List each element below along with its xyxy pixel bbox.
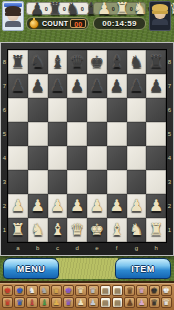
rank-label: 6 bbox=[1, 98, 8, 122]
item-piece-skin-icon[interactable]: ♝ bbox=[39, 297, 50, 308]
square-a2[interactable]: ♟ bbox=[8, 194, 28, 218]
square-c2[interactable]: ♟ bbox=[48, 194, 68, 218]
file-label: c bbox=[48, 243, 68, 253]
square-f2[interactable]: ♟ bbox=[107, 194, 127, 218]
white-pawn: ♟ bbox=[90, 198, 104, 214]
chess-game-screen: ♟0♜0♞0♝0♛0 ♟0♜0♞0♝0♛0 COUNT 00 00:14:59 … bbox=[0, 0, 174, 310]
black-bishop: ♝ bbox=[109, 54, 123, 70]
white-piece-icon: ♟ bbox=[97, 1, 111, 17]
player-right-hair bbox=[152, 4, 168, 11]
item-piece-skin-icon[interactable]: ♟ bbox=[75, 297, 86, 308]
black-rook: ♜ bbox=[11, 54, 25, 70]
square-g2[interactable]: ♟ bbox=[127, 194, 147, 218]
player-left-face bbox=[7, 8, 19, 21]
white-knight: ♞ bbox=[30, 222, 44, 238]
game-timer: 00:14:59 bbox=[102, 19, 136, 28]
white-pawn: ♟ bbox=[149, 198, 163, 214]
square-f1[interactable]: ♝ bbox=[107, 218, 127, 242]
square-b5[interactable] bbox=[28, 122, 48, 146]
square-b3[interactable] bbox=[28, 170, 48, 194]
file-label: g bbox=[127, 243, 147, 253]
square-d6[interactable] bbox=[67, 98, 87, 122]
file-label: e bbox=[87, 243, 107, 253]
square-c5[interactable] bbox=[48, 122, 68, 146]
file-label: h bbox=[146, 243, 166, 253]
file-label: a bbox=[8, 243, 28, 253]
game-timer-panel: 00:14:59 bbox=[93, 17, 146, 30]
square-g5[interactable] bbox=[127, 122, 147, 146]
square-g8[interactable]: ♞ bbox=[127, 50, 147, 74]
chess-board: 87654321 87654321 ♜♞♝♛♚♝♞♜♟♟♟♟♟♟♟♟♟♟♟♟♟♟… bbox=[0, 42, 174, 256]
black-pawn: ♟ bbox=[109, 78, 123, 94]
square-e4[interactable] bbox=[87, 146, 107, 170]
square-e3[interactable] bbox=[87, 170, 107, 194]
square-b1[interactable]: ♞ bbox=[28, 218, 48, 242]
rank-label: 5 bbox=[166, 122, 173, 146]
file-label: d bbox=[67, 243, 87, 253]
captured-piece-counter: ♜0 bbox=[115, 1, 133, 17]
square-d4[interactable] bbox=[67, 146, 87, 170]
black-piece-icon: ♞ bbox=[66, 1, 80, 17]
rank-label: 1 bbox=[1, 218, 8, 242]
square-f3[interactable] bbox=[107, 170, 127, 194]
square-e7[interactable]: ♟ bbox=[87, 74, 107, 98]
rank-label: 1 bbox=[166, 218, 173, 242]
item-piece-skin-icon[interactable]: ♚ bbox=[14, 285, 25, 296]
player-right-torso bbox=[152, 19, 168, 25]
white-pawn: ♟ bbox=[11, 198, 25, 214]
stopwatch-icon bbox=[29, 19, 39, 29]
item-piece-skin-icon[interactable]: ♛ bbox=[51, 285, 62, 296]
player-left-avatar bbox=[2, 1, 24, 31]
item-card-icon[interactable]: ▤ bbox=[112, 297, 123, 308]
rank-label: 8 bbox=[1, 50, 8, 74]
square-g4[interactable] bbox=[127, 146, 147, 170]
square-g6[interactable] bbox=[127, 98, 147, 122]
item-piece-skin-icon[interactable]: ♛ bbox=[136, 285, 147, 296]
rank-label: 5 bbox=[1, 122, 8, 146]
black-pawn: ♟ bbox=[129, 78, 143, 94]
square-h6[interactable] bbox=[146, 98, 166, 122]
square-f8[interactable]: ♝ bbox=[107, 50, 127, 74]
item-card-icon[interactable]: ▤ bbox=[112, 285, 123, 296]
square-h5[interactable] bbox=[146, 122, 166, 146]
black-pawn: ♟ bbox=[149, 78, 163, 94]
black-rook: ♜ bbox=[149, 54, 163, 70]
black-pawn: ♟ bbox=[70, 78, 84, 94]
square-d8[interactable]: ♛ bbox=[67, 50, 87, 74]
captured-white-pieces-tray: ♟0♜0♞0♝0♛0 bbox=[93, 2, 146, 15]
square-c6[interactable] bbox=[48, 98, 68, 122]
item-card-icon[interactable]: ▤ bbox=[100, 285, 111, 296]
item-piece-skin-icon[interactable]: ♚ bbox=[161, 285, 172, 296]
square-h3[interactable] bbox=[146, 170, 166, 194]
item-piece-skin-icon[interactable]: ♞ bbox=[39, 285, 50, 296]
move-count-panel: COUNT 00 bbox=[26, 17, 89, 30]
square-b4[interactable] bbox=[28, 146, 48, 170]
square-a3[interactable] bbox=[8, 170, 28, 194]
white-piece-icon: ♞ bbox=[133, 1, 147, 17]
rank-label: 2 bbox=[1, 194, 8, 218]
square-c8[interactable]: ♝ bbox=[48, 50, 68, 74]
square-c7[interactable]: ♟ bbox=[48, 74, 68, 98]
item-piece-skin-icon[interactable]: ♛ bbox=[149, 297, 160, 308]
square-f5[interactable] bbox=[107, 122, 127, 146]
rank-label: 6 bbox=[166, 98, 173, 122]
captured-piece-counter: ♞0 bbox=[66, 1, 84, 17]
black-bishop: ♝ bbox=[50, 54, 64, 70]
item-piece-skin-icon[interactable]: ♛ bbox=[161, 297, 172, 308]
captured-black-pieces-tray: ♟0♜0♞0♝0♛0 bbox=[26, 2, 89, 15]
square-g7[interactable]: ♟ bbox=[127, 74, 147, 98]
square-d3[interactable] bbox=[67, 170, 87, 194]
white-rook: ♜ bbox=[149, 222, 163, 238]
item-piece-skin-icon[interactable]: ♟ bbox=[136, 297, 147, 308]
item-piece-skin-icon[interactable]: ♛ bbox=[14, 297, 25, 308]
square-h1[interactable]: ♜ bbox=[146, 218, 166, 242]
player-left-torso bbox=[5, 21, 21, 27]
item-piece-skin-icon[interactable]: ♚ bbox=[63, 285, 74, 296]
square-g1[interactable]: ♞ bbox=[127, 218, 147, 242]
square-c3[interactable] bbox=[48, 170, 68, 194]
square-d2[interactable]: ♟ bbox=[67, 194, 87, 218]
file-label: b bbox=[28, 243, 48, 253]
square-h8[interactable]: ♜ bbox=[146, 50, 166, 74]
item-piece-skin-icon[interactable]: ♞ bbox=[26, 285, 37, 296]
square-e1[interactable]: ♚ bbox=[87, 218, 107, 242]
player-right-face bbox=[154, 6, 166, 19]
square-a5[interactable] bbox=[8, 122, 28, 146]
captured-piece-counter: ♟0 bbox=[30, 1, 48, 17]
file-labels: abcdefgh bbox=[8, 243, 166, 253]
white-rook: ♜ bbox=[11, 222, 25, 238]
count-value: 00 bbox=[70, 19, 86, 28]
player-left-hair bbox=[5, 6, 21, 13]
rank-label: 2 bbox=[166, 194, 173, 218]
board-squares: ♜♞♝♛♚♝♞♜♟♟♟♟♟♟♟♟♟♟♟♟♟♟♟♟♜♞♝♛♚♝♞♜ bbox=[8, 50, 166, 242]
white-pawn: ♟ bbox=[109, 198, 123, 214]
file-label: f bbox=[107, 243, 127, 253]
item-piece-skin-icon[interactable]: ♟ bbox=[51, 297, 62, 308]
square-h7[interactable]: ♟ bbox=[146, 74, 166, 98]
square-a8[interactable]: ♜ bbox=[8, 50, 28, 74]
item-piece-skin-icon[interactable]: ♚ bbox=[2, 285, 13, 296]
black-piece-icon: ♜ bbox=[48, 1, 62, 17]
black-knight: ♞ bbox=[129, 54, 143, 70]
square-e6[interactable] bbox=[87, 98, 107, 122]
black-king: ♚ bbox=[90, 54, 104, 70]
white-pawn: ♟ bbox=[70, 198, 84, 214]
square-e8[interactable]: ♚ bbox=[87, 50, 107, 74]
square-h4[interactable] bbox=[146, 146, 166, 170]
item-piece-skin-icon[interactable]: ♟ bbox=[124, 297, 135, 308]
square-a7[interactable]: ♟ bbox=[8, 74, 28, 98]
item-piece-skin-icon[interactable]: ♚ bbox=[149, 285, 160, 296]
white-piece-icon: ♜ bbox=[115, 1, 129, 17]
captured-piece-counter: ♟0 bbox=[97, 1, 115, 17]
white-bishop: ♝ bbox=[109, 222, 123, 238]
item-button[interactable]: ITEM bbox=[115, 258, 171, 279]
rank-label: 7 bbox=[1, 74, 8, 98]
rank-label: 4 bbox=[1, 146, 8, 170]
square-f4[interactable] bbox=[107, 146, 127, 170]
square-d7[interactable]: ♟ bbox=[67, 74, 87, 98]
square-f7[interactable]: ♟ bbox=[107, 74, 127, 98]
white-bishop: ♝ bbox=[50, 222, 64, 238]
square-b2[interactable]: ♟ bbox=[28, 194, 48, 218]
white-pawn: ♟ bbox=[50, 198, 64, 214]
white-knight: ♞ bbox=[129, 222, 143, 238]
black-pawn: ♟ bbox=[30, 78, 44, 94]
item-piece-skin-icon[interactable]: ♛ bbox=[88, 285, 99, 296]
square-e5[interactable] bbox=[87, 122, 107, 146]
white-queen: ♛ bbox=[70, 222, 84, 238]
square-h2[interactable]: ♟ bbox=[146, 194, 166, 218]
captured-piece-counter: ♜0 bbox=[48, 1, 66, 17]
white-pawn: ♟ bbox=[129, 198, 143, 214]
square-b7[interactable]: ♟ bbox=[28, 74, 48, 98]
square-d1[interactable]: ♛ bbox=[67, 218, 87, 242]
square-c4[interactable] bbox=[48, 146, 68, 170]
rank-label: 7 bbox=[166, 74, 173, 98]
white-king: ♚ bbox=[90, 222, 104, 238]
item-piece-skin-icon[interactable]: ♛ bbox=[124, 285, 135, 296]
square-b8[interactable]: ♞ bbox=[28, 50, 48, 74]
rank-labels-left: 87654321 bbox=[1, 50, 8, 242]
square-b6[interactable] bbox=[28, 98, 48, 122]
rank-labels-right: 87654321 bbox=[166, 50, 173, 242]
item-piece-skin-icon[interactable]: ♝ bbox=[26, 297, 37, 308]
black-pawn: ♟ bbox=[11, 78, 25, 94]
menu-button[interactable]: MENU bbox=[3, 258, 59, 279]
grass-strip bbox=[56, 258, 118, 279]
square-a1[interactable]: ♜ bbox=[8, 218, 28, 242]
item-tray-grid: ♚♛♚♛♞♝♞♝♛♟♚♛♛♟♛♟▤▤▤▤♛♟♛♟♚♛♚♛ bbox=[2, 285, 172, 308]
square-d5[interactable] bbox=[67, 122, 87, 146]
square-a6[interactable] bbox=[8, 98, 28, 122]
black-pawn: ♟ bbox=[50, 78, 64, 94]
count-label: COUNT bbox=[42, 20, 68, 27]
item-piece-skin-icon[interactable]: ♛ bbox=[63, 297, 74, 308]
square-c1[interactable]: ♝ bbox=[48, 218, 68, 242]
square-f6[interactable] bbox=[107, 98, 127, 122]
black-knight: ♞ bbox=[30, 54, 44, 70]
white-pawn: ♟ bbox=[30, 198, 44, 214]
square-a4[interactable] bbox=[8, 146, 28, 170]
rank-label: 4 bbox=[166, 146, 173, 170]
black-pawn: ♟ bbox=[90, 78, 104, 94]
square-e2[interactable]: ♟ bbox=[87, 194, 107, 218]
black-queen: ♛ bbox=[70, 54, 84, 70]
item-card-icon[interactable]: ▤ bbox=[100, 297, 111, 308]
player-right-avatar bbox=[149, 1, 171, 31]
rank-label: 8 bbox=[166, 50, 173, 74]
square-g3[interactable] bbox=[127, 170, 147, 194]
item-piece-skin-icon[interactable]: ♛ bbox=[75, 285, 86, 296]
item-piece-skin-icon[interactable]: ♟ bbox=[88, 297, 99, 308]
item-tray: ♚♛♚♛♞♝♞♝♛♟♚♛♛♟♛♟▤▤▤▤♛♟♛♟♚♛♚♛ bbox=[0, 281, 174, 310]
rank-label: 3 bbox=[1, 170, 8, 194]
black-piece-icon: ♟ bbox=[30, 1, 44, 17]
rank-label: 3 bbox=[166, 170, 173, 194]
item-piece-skin-icon[interactable]: ♛ bbox=[2, 297, 13, 308]
